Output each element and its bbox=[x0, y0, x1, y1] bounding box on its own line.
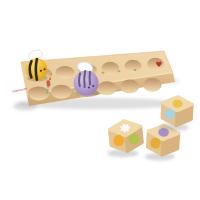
board-pit bbox=[56, 66, 75, 79]
scene-svg: ♥ Classicworld bbox=[0, 0, 200, 200]
board-pit bbox=[124, 60, 141, 73]
board-pit bbox=[120, 80, 139, 94]
brand-logo-text: Classicworld bbox=[11, 87, 27, 94]
wooden-die bbox=[162, 96, 193, 127]
board-pit bbox=[28, 87, 49, 101]
product-photo-canvas: ♥ Classicworld bbox=[0, 0, 200, 200]
heart-decoration: ♥ bbox=[156, 60, 163, 69]
board-pit bbox=[143, 78, 161, 92]
bee-yellow-piece bbox=[25, 48, 47, 81]
board-pit bbox=[51, 85, 72, 99]
wooden-die bbox=[109, 119, 143, 153]
board-pit bbox=[97, 81, 117, 95]
